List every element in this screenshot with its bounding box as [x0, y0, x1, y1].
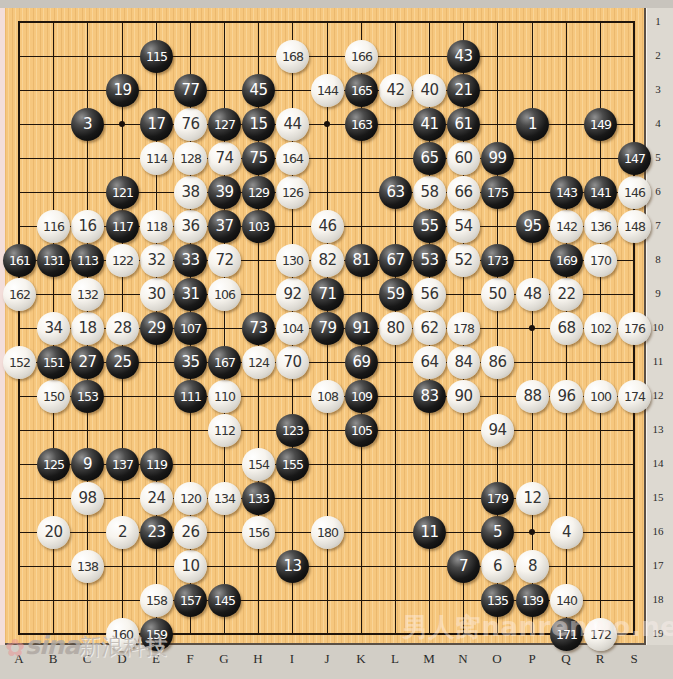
- row-label-10: 10: [647, 321, 669, 335]
- column-label-K: K: [350, 651, 372, 667]
- column-label-O: O: [486, 651, 508, 667]
- coordinate-label-layer: ABCDEFGHIJKLMNOPQRS123456789101112131415…: [0, 0, 673, 679]
- row-label-13: 13: [647, 423, 669, 437]
- row-label-3: 3: [647, 83, 669, 97]
- sina-flower-icon: ✿: [5, 634, 25, 662]
- column-label-R: R: [589, 651, 611, 667]
- column-label-P: P: [521, 651, 543, 667]
- row-label-2: 2: [647, 49, 669, 63]
- row-label-18: 18: [647, 593, 669, 607]
- column-label-Q: Q: [555, 651, 577, 667]
- go-kifu-screenshot: 1234567891011121315161718192021222324252…: [0, 0, 673, 679]
- sina-brand-text: sina: [25, 631, 79, 660]
- row-label-8: 8: [647, 253, 669, 267]
- row-label-14: 14: [647, 457, 669, 471]
- watermark-sina: ✿sina新浪科技: [5, 631, 167, 662]
- row-label-12: 12: [647, 389, 669, 403]
- row-label-7: 7: [647, 219, 669, 233]
- column-label-M: M: [418, 651, 440, 667]
- row-label-15: 15: [647, 491, 669, 505]
- column-label-F: F: [179, 651, 201, 667]
- column-label-S: S: [623, 651, 645, 667]
- column-label-I: I: [281, 651, 303, 667]
- watermark-nanrenwo: 男人窝nanrenwo.net: [402, 610, 673, 645]
- row-label-5: 5: [647, 151, 669, 165]
- row-label-9: 9: [647, 287, 669, 301]
- row-label-17: 17: [647, 559, 669, 573]
- column-label-N: N: [452, 651, 474, 667]
- row-label-1: 1: [647, 15, 669, 29]
- row-label-16: 16: [647, 525, 669, 539]
- row-label-6: 6: [647, 185, 669, 199]
- row-label-4: 4: [647, 117, 669, 131]
- sina-cjk-text: 新浪科技: [79, 634, 167, 659]
- column-label-H: H: [247, 651, 269, 667]
- column-label-J: J: [316, 651, 338, 667]
- column-label-G: G: [213, 651, 235, 667]
- column-label-L: L: [384, 651, 406, 667]
- row-label-11: 11: [647, 355, 669, 369]
